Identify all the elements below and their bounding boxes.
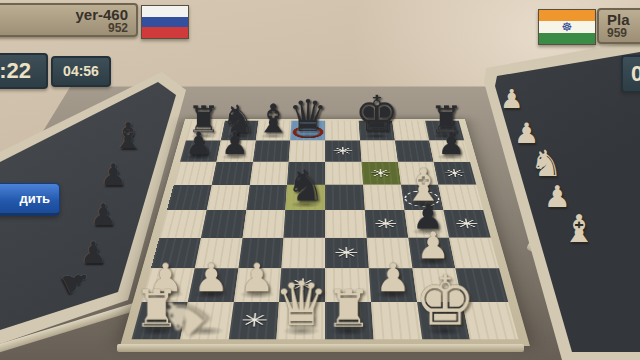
- legal-move-star-icon-f6[interactable]: ✳: [369, 166, 392, 179]
- piece-black-queen-d8[interactable]: ♛: [288, 96, 327, 138]
- square-c6[interactable]: [249, 162, 288, 185]
- square-c5[interactable]: [246, 185, 287, 210]
- right-player-plate: Pla 959: [597, 8, 640, 44]
- piece-black-knight-d5[interactable]: ♞: [286, 165, 325, 206]
- flag-stripe-white: [142, 6, 188, 17]
- square-b4[interactable]: [201, 210, 246, 238]
- square-e4[interactable]: [325, 210, 366, 238]
- square-e3[interactable]: ✳: [325, 238, 369, 268]
- piece-black-pawn-b7[interactable]: ♟: [221, 129, 249, 158]
- left-player-plate: yer-460 952: [0, 3, 138, 37]
- piece-white-pawn-g3[interactable]: ♟: [416, 228, 449, 263]
- captured-white-pawn: ♟: [500, 86, 523, 112]
- legal-move-star-icon-e7[interactable]: ✳: [332, 145, 353, 157]
- square-a6[interactable]: [174, 162, 217, 185]
- legal-move-star-icon-e3[interactable]: ✳: [334, 244, 359, 261]
- russia-flag-icon: [141, 5, 189, 39]
- square-d8[interactable]: ♛: [290, 121, 325, 141]
- square-c8[interactable]: ♝: [255, 121, 291, 141]
- flag-stripe-green: [539, 33, 595, 44]
- piece-white-queen-d1[interactable]: ♛: [274, 276, 329, 334]
- piece-black-bishop-c8[interactable]: ♝: [255, 100, 291, 138]
- right-player-rating: 959: [607, 27, 640, 40]
- square-a1[interactable]: ♜: [132, 302, 188, 339]
- square-f6[interactable]: ✳: [361, 162, 400, 185]
- captured-white-bishop: ♝: [562, 210, 596, 248]
- piece-black-pawn-a7[interactable]: ♟: [185, 129, 213, 158]
- legal-move-star-icon-h6[interactable]: ✳: [442, 166, 467, 179]
- square-e7[interactable]: ✳: [325, 140, 361, 161]
- move-confirm-button[interactable]: дить: [0, 183, 60, 216]
- square-c4[interactable]: [242, 210, 285, 238]
- square-b1[interactable]: ♞: [180, 302, 233, 339]
- piece-white-pawn-c2[interactable]: ♟: [239, 260, 274, 297]
- piece-white-pawn-b2[interactable]: ♟: [194, 260, 229, 297]
- square-a7[interactable]: ♟: [180, 140, 221, 161]
- legal-move-star-icon-c1[interactable]: ✳: [239, 310, 269, 331]
- flag-stripe-white: ☸: [539, 21, 595, 32]
- piece-white-pawn-f2[interactable]: ♟: [376, 260, 411, 297]
- square-h5[interactable]: [438, 185, 483, 210]
- captured-black-pawn: ♟: [100, 160, 127, 190]
- chess-board-grid: ♜♞♝♛♚♜♟♟✳♟✳✳♞♝✳♟✳✳♟♟♟♟✳♟♜♞✳♛♜♚: [132, 121, 519, 340]
- square-g1[interactable]: ♚: [417, 302, 470, 339]
- flag-stripe-blue: [142, 17, 188, 28]
- square-d5[interactable]: ♞: [285, 185, 325, 210]
- square-d1[interactable]: ♛: [277, 302, 325, 339]
- legal-move-star-icon-f4[interactable]: ✳: [373, 216, 398, 232]
- captured-black-bishop: ♝: [112, 118, 144, 154]
- piece-white-king-g1[interactable]: ♚: [414, 268, 476, 333]
- square-f8[interactable]: ♚: [358, 121, 394, 141]
- square-f5[interactable]: [363, 185, 404, 210]
- india-flag-icon: ☸: [538, 9, 596, 45]
- ashoka-chakra-icon: ☸: [562, 21, 573, 33]
- right-clock: 0: [621, 55, 640, 93]
- piece-white-rook-e1[interactable]: ♜: [326, 285, 372, 334]
- square-c1[interactable]: ✳: [228, 302, 279, 339]
- square-e6[interactable]: [325, 162, 363, 185]
- square-b6[interactable]: [212, 162, 253, 185]
- square-a4[interactable]: [159, 210, 206, 238]
- captured-black-pawn: ♟: [90, 200, 117, 230]
- piece-black-king-f8[interactable]: ♚: [355, 90, 400, 137]
- game-screen: ♝♟♟♟♟♟♟♞♟♝ ♜♞♝♛♚♜♟♟✳♟✳✳♞♝✳♟✳✳♟♟♟♟✳♟♜♞✳♛♜…: [0, 0, 640, 360]
- square-e1[interactable]: ♜: [325, 302, 373, 339]
- right-player-name: Pla: [607, 12, 640, 27]
- captured-white-knight: ♞: [530, 146, 562, 182]
- piece-black-pawn-h7[interactable]: ♟: [437, 129, 465, 158]
- square-f7[interactable]: [360, 140, 398, 161]
- left-player-rating: 952: [0, 22, 128, 35]
- chess-board-3d: ♜♞♝♛♚♜♟♟✳♟✳✳♞♝✳♟✳✳♟♟♟♟✳♟♜♞✳♛♜♚: [120, 118, 530, 345]
- flag-stripe-red: [142, 27, 188, 38]
- square-d7[interactable]: [289, 140, 325, 161]
- piece-white-rook-a1[interactable]: ♜: [134, 285, 180, 334]
- square-d3[interactable]: [281, 238, 325, 268]
- square-b7[interactable]: ♟: [216, 140, 255, 161]
- left-clock-main: 5:22: [0, 53, 48, 89]
- square-f2[interactable]: ♟: [369, 268, 417, 302]
- left-player-name: yer-460: [0, 7, 128, 22]
- square-h4[interactable]: ✳: [444, 210, 491, 238]
- left-clock-secondary: 04:56: [51, 56, 111, 87]
- square-f4[interactable]: ✳: [365, 210, 408, 238]
- square-a5[interactable]: [167, 185, 212, 210]
- square-e5[interactable]: [325, 185, 365, 210]
- square-c7[interactable]: [253, 140, 291, 161]
- board-front-edge: [117, 344, 524, 352]
- square-b5[interactable]: [206, 185, 249, 210]
- square-d4[interactable]: [284, 210, 325, 238]
- legal-move-star-icon-h4[interactable]: ✳: [453, 216, 480, 232]
